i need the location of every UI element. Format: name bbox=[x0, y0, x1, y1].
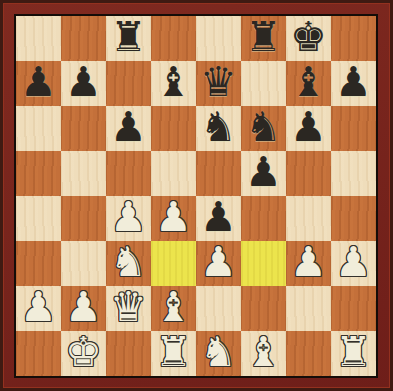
piece-white-knight[interactable]: ♞ bbox=[110, 242, 147, 283]
square-h7[interactable]: ♟ bbox=[331, 61, 376, 106]
square-a6[interactable] bbox=[16, 106, 61, 151]
piece-white-pawn[interactable]: ♟ bbox=[290, 242, 327, 283]
piece-white-pawn[interactable]: ♟ bbox=[20, 287, 57, 328]
square-d7[interactable]: ♝ bbox=[151, 61, 196, 106]
square-c1[interactable] bbox=[106, 331, 151, 376]
square-a2[interactable]: ♟ bbox=[16, 286, 61, 331]
board-frame: ♜♜♚♟♟♝♛♝♟♟♞♞♟♟♟♟♟♞♟♟♟♟♟♛♝♚♜♞♝♜ bbox=[0, 0, 393, 391]
piece-white-pawn[interactable]: ♟ bbox=[65, 287, 102, 328]
piece-white-rook[interactable]: ♜ bbox=[335, 332, 372, 373]
piece-black-rook[interactable]: ♜ bbox=[110, 17, 147, 58]
piece-black-pawn[interactable]: ♟ bbox=[20, 62, 57, 103]
square-e1[interactable]: ♞ bbox=[196, 331, 241, 376]
piece-black-queen[interactable]: ♛ bbox=[200, 62, 237, 103]
square-h6[interactable] bbox=[331, 106, 376, 151]
piece-white-king[interactable]: ♚ bbox=[65, 332, 102, 373]
square-b1[interactable]: ♚ bbox=[61, 331, 106, 376]
piece-black-pawn[interactable]: ♟ bbox=[245, 152, 282, 193]
square-a3[interactable] bbox=[16, 241, 61, 286]
square-c5[interactable] bbox=[106, 151, 151, 196]
square-h4[interactable] bbox=[331, 196, 376, 241]
square-b7[interactable]: ♟ bbox=[61, 61, 106, 106]
square-c2[interactable]: ♛ bbox=[106, 286, 151, 331]
square-b8[interactable] bbox=[61, 16, 106, 61]
square-c3[interactable]: ♞ bbox=[106, 241, 151, 286]
piece-black-pawn[interactable]: ♟ bbox=[110, 107, 147, 148]
piece-white-pawn[interactable]: ♟ bbox=[110, 197, 147, 238]
square-c8[interactable]: ♜ bbox=[106, 16, 151, 61]
square-d1[interactable]: ♜ bbox=[151, 331, 196, 376]
square-a4[interactable] bbox=[16, 196, 61, 241]
piece-black-pawn[interactable]: ♟ bbox=[200, 197, 237, 238]
piece-black-rook[interactable]: ♜ bbox=[245, 17, 282, 58]
square-d4[interactable]: ♟ bbox=[151, 196, 196, 241]
piece-black-pawn[interactable]: ♟ bbox=[290, 107, 327, 148]
piece-black-knight[interactable]: ♞ bbox=[245, 107, 282, 148]
piece-white-queen[interactable]: ♛ bbox=[110, 287, 147, 328]
chess-board: ♜♜♚♟♟♝♛♝♟♟♞♞♟♟♟♟♟♞♟♟♟♟♟♛♝♚♜♞♝♜ bbox=[16, 16, 376, 376]
square-c7[interactable] bbox=[106, 61, 151, 106]
square-d8[interactable] bbox=[151, 16, 196, 61]
square-b4[interactable] bbox=[61, 196, 106, 241]
piece-white-pawn[interactable]: ♟ bbox=[200, 242, 237, 283]
piece-black-bishop[interactable]: ♝ bbox=[290, 62, 327, 103]
square-d2[interactable]: ♝ bbox=[151, 286, 196, 331]
square-f3[interactable] bbox=[241, 241, 286, 286]
square-g7[interactable]: ♝ bbox=[286, 61, 331, 106]
square-h5[interactable] bbox=[331, 151, 376, 196]
piece-black-king[interactable]: ♚ bbox=[290, 17, 327, 58]
square-g3[interactable]: ♟ bbox=[286, 241, 331, 286]
square-c6[interactable]: ♟ bbox=[106, 106, 151, 151]
piece-black-bishop[interactable]: ♝ bbox=[155, 62, 192, 103]
square-d5[interactable] bbox=[151, 151, 196, 196]
square-h2[interactable] bbox=[331, 286, 376, 331]
square-c4[interactable]: ♟ bbox=[106, 196, 151, 241]
square-f1[interactable]: ♝ bbox=[241, 331, 286, 376]
piece-white-bishop[interactable]: ♝ bbox=[245, 332, 282, 373]
square-g4[interactable] bbox=[286, 196, 331, 241]
square-g1[interactable] bbox=[286, 331, 331, 376]
board-inner-edge: ♜♜♚♟♟♝♛♝♟♟♞♞♟♟♟♟♟♞♟♟♟♟♟♛♝♚♜♞♝♜ bbox=[14, 14, 378, 378]
piece-white-pawn[interactable]: ♟ bbox=[335, 242, 372, 283]
square-e5[interactable] bbox=[196, 151, 241, 196]
square-f8[interactable]: ♜ bbox=[241, 16, 286, 61]
square-a7[interactable]: ♟ bbox=[16, 61, 61, 106]
square-f7[interactable] bbox=[241, 61, 286, 106]
square-b5[interactable] bbox=[61, 151, 106, 196]
square-e3[interactable]: ♟ bbox=[196, 241, 241, 286]
piece-white-pawn[interactable]: ♟ bbox=[155, 197, 192, 238]
square-f5[interactable]: ♟ bbox=[241, 151, 286, 196]
square-g6[interactable]: ♟ bbox=[286, 106, 331, 151]
piece-black-pawn[interactable]: ♟ bbox=[335, 62, 372, 103]
square-e7[interactable]: ♛ bbox=[196, 61, 241, 106]
square-d6[interactable] bbox=[151, 106, 196, 151]
square-a5[interactable] bbox=[16, 151, 61, 196]
square-f2[interactable] bbox=[241, 286, 286, 331]
piece-black-knight[interactable]: ♞ bbox=[200, 107, 237, 148]
square-b6[interactable] bbox=[61, 106, 106, 151]
square-e4[interactable]: ♟ bbox=[196, 196, 241, 241]
square-f4[interactable] bbox=[241, 196, 286, 241]
square-g2[interactable] bbox=[286, 286, 331, 331]
square-a8[interactable] bbox=[16, 16, 61, 61]
piece-white-bishop[interactable]: ♝ bbox=[155, 287, 192, 328]
square-h8[interactable] bbox=[331, 16, 376, 61]
piece-black-pawn[interactable]: ♟ bbox=[65, 62, 102, 103]
square-e2[interactable] bbox=[196, 286, 241, 331]
square-g8[interactable]: ♚ bbox=[286, 16, 331, 61]
square-h3[interactable]: ♟ bbox=[331, 241, 376, 286]
square-d3[interactable] bbox=[151, 241, 196, 286]
square-g5[interactable] bbox=[286, 151, 331, 196]
square-f6[interactable]: ♞ bbox=[241, 106, 286, 151]
square-e6[interactable]: ♞ bbox=[196, 106, 241, 151]
square-b3[interactable] bbox=[61, 241, 106, 286]
square-a1[interactable] bbox=[16, 331, 61, 376]
square-h1[interactable]: ♜ bbox=[331, 331, 376, 376]
piece-white-rook[interactable]: ♜ bbox=[155, 332, 192, 373]
square-b2[interactable]: ♟ bbox=[61, 286, 106, 331]
square-e8[interactable] bbox=[196, 16, 241, 61]
piece-white-knight[interactable]: ♞ bbox=[200, 332, 237, 373]
